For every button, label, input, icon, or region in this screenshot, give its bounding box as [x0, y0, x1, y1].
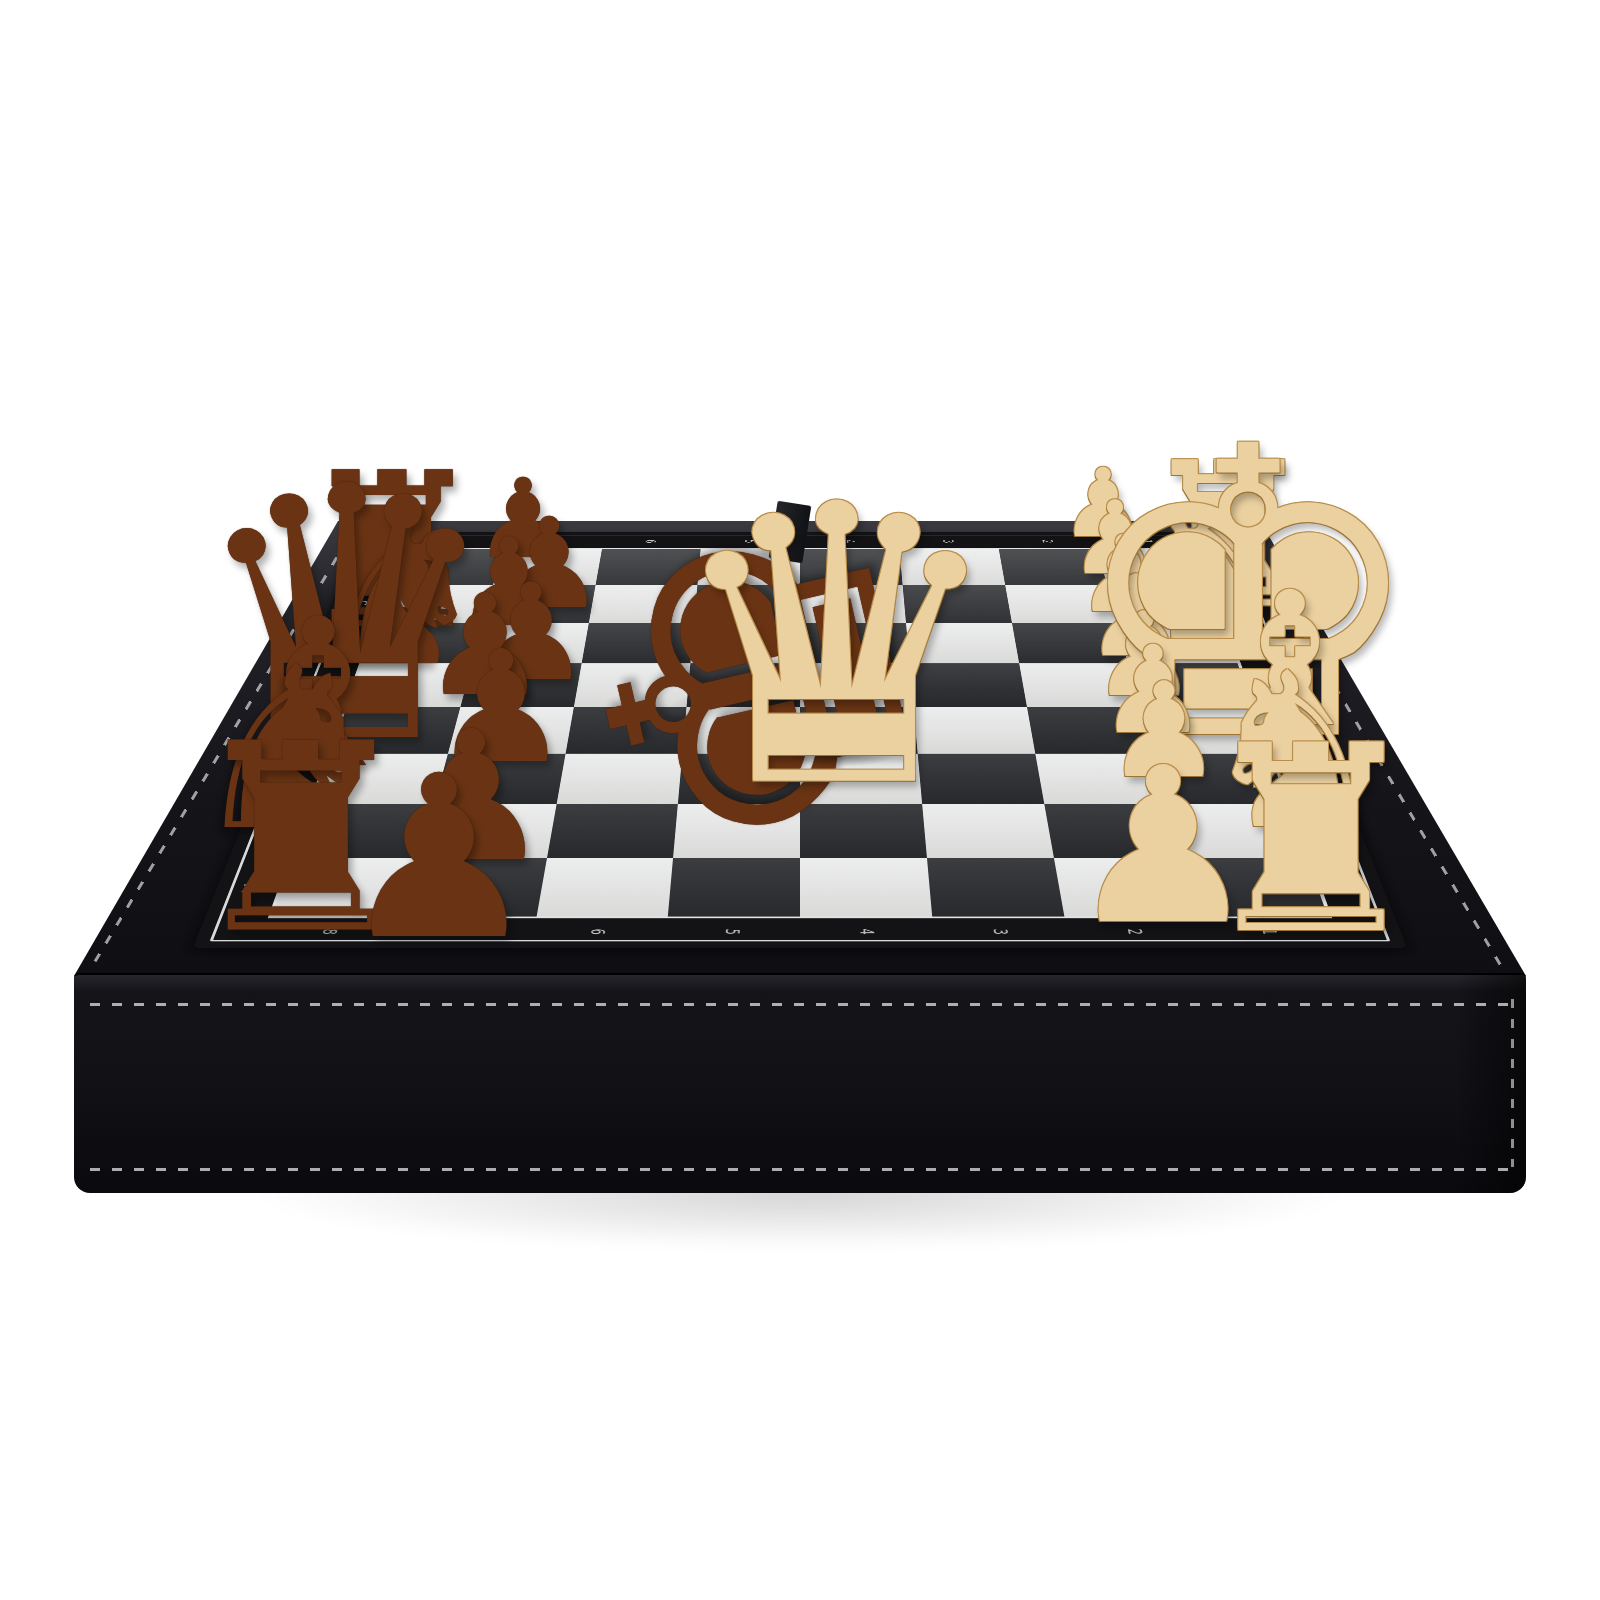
box-front-face: [74, 973, 1526, 1193]
file-number-front-3: 3: [933, 921, 1070, 942]
dark-pawn-c1: ♟: [338, 746, 540, 971]
light-queen-e4: ♛: [663, 456, 1008, 841]
stitching-front-bottom: [90, 1168, 1510, 1171]
stitching-front-right: [1511, 999, 1514, 1167]
box-right-shade: [1456, 975, 1526, 1193]
light-rook-h1: ♜: [1195, 712, 1426, 970]
file-number-front-6: 6: [530, 921, 667, 942]
chess-set-product-photo: AABBCCDDEEFFGGHH8877665544332211 ♜♞♛♝♞♜♟…: [0, 0, 1600, 1600]
file-number-front-4: 4: [800, 921, 935, 942]
file-number-front-5: 5: [665, 921, 800, 942]
stitching-front-top: [90, 1003, 1510, 1006]
